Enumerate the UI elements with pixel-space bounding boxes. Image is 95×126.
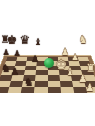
piece-white-pawn-a1: ♟ bbox=[86, 83, 95, 93]
piece-black-pawn-g7: ♟ bbox=[13, 50, 20, 58]
pieces-layer: ♜♚♛♝♟♟♟♞♟♞♞♟♟♚♝♜♟♟ bbox=[0, 30, 95, 93]
piece-black-king-h7: ♚ bbox=[7, 34, 18, 46]
piece-white-knight-h2: ♞ bbox=[79, 35, 88, 45]
piece-white-pawn-g3: ♟ bbox=[61, 48, 69, 57]
piece-black-pawn-g8: ♟ bbox=[2, 49, 9, 57]
piece-black-knight-b6: ♞ bbox=[24, 77, 34, 88]
piece-black-pawn-c7: ♟ bbox=[11, 67, 20, 77]
board-photo: ♜♚♛♝♟♟♟♞♟♞♞♟♟♚♝♜♟♟ bbox=[0, 30, 95, 93]
piece-black-bishop-h5: ♝ bbox=[34, 38, 42, 47]
piece-black-queen-h6: ♛ bbox=[20, 34, 31, 46]
piece-black-pawn-e6: ♟ bbox=[31, 55, 39, 64]
piece-white-bishop-c3: ♝ bbox=[66, 67, 75, 77]
piece-white-pawn-f2: ♟ bbox=[71, 54, 78, 62]
piece-black-knight-d8: ♞ bbox=[1, 63, 11, 74]
green-token bbox=[44, 58, 54, 68]
